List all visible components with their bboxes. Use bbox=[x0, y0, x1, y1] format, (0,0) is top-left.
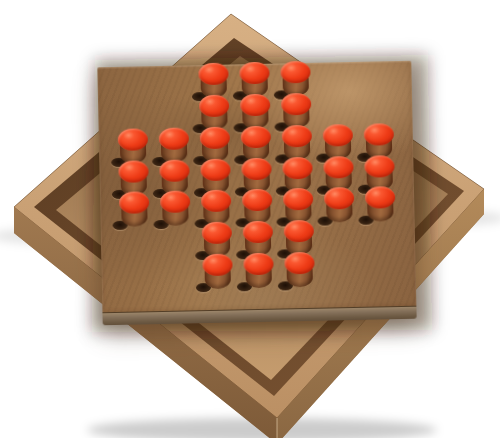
peg-top-face bbox=[323, 124, 353, 147]
off-board bbox=[150, 74, 192, 107]
red-peg[interactable] bbox=[243, 253, 274, 292]
peg-top-face bbox=[364, 123, 394, 146]
cell-r5c6 bbox=[316, 198, 358, 231]
peg-top-face bbox=[118, 160, 148, 183]
peg-top-face bbox=[159, 127, 189, 150]
off-board bbox=[317, 230, 359, 263]
solitaire-board bbox=[97, 61, 416, 326]
scene bbox=[0, 0, 500, 438]
off-board bbox=[358, 229, 400, 262]
off-board bbox=[112, 234, 154, 267]
board-face bbox=[97, 61, 416, 315]
cell-r7c4 bbox=[235, 264, 277, 297]
peg-top-face bbox=[282, 125, 312, 148]
cell-r7c5 bbox=[276, 263, 318, 296]
cell-r7c3 bbox=[195, 265, 237, 298]
peg-top-face bbox=[364, 155, 394, 178]
peg-top-face bbox=[241, 157, 271, 180]
off-board bbox=[317, 262, 359, 295]
peg-top-face bbox=[241, 125, 271, 148]
off-board bbox=[153, 234, 195, 267]
off-board bbox=[358, 261, 400, 294]
red-peg[interactable] bbox=[202, 254, 233, 293]
peg-top-face bbox=[282, 156, 312, 179]
red-peg[interactable] bbox=[160, 191, 191, 230]
off-board bbox=[113, 266, 155, 299]
cell-r5c2 bbox=[152, 202, 194, 235]
off-board bbox=[109, 75, 151, 108]
peg-grid bbox=[109, 70, 401, 299]
peg-top-face bbox=[118, 128, 148, 151]
off-board bbox=[154, 265, 196, 298]
peg-top-face bbox=[159, 159, 189, 182]
peg-top-face bbox=[323, 156, 353, 179]
off-board bbox=[354, 70, 396, 103]
peg-top-face bbox=[200, 126, 230, 149]
off-board bbox=[313, 71, 355, 104]
cell-r5c7 bbox=[357, 197, 399, 230]
cell-r5c1 bbox=[111, 203, 153, 236]
red-peg[interactable] bbox=[365, 187, 396, 226]
red-peg[interactable] bbox=[284, 252, 315, 291]
red-peg[interactable] bbox=[119, 192, 150, 231]
peg-top-face bbox=[200, 158, 230, 181]
red-peg[interactable] bbox=[324, 187, 355, 226]
